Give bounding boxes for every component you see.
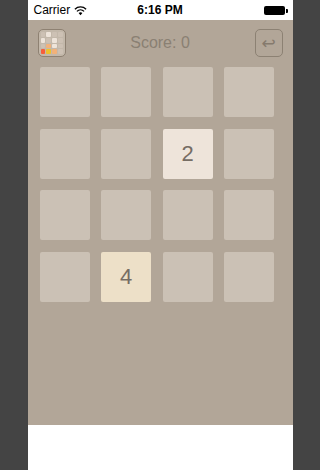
- battery-icon: [264, 6, 288, 15]
- app-logo-tile-3: [58, 32, 63, 37]
- board-cell-r4c2-tile-4: 4: [101, 252, 151, 302]
- app-logo-tile-12: [41, 49, 46, 54]
- board-cell-r2c3-tile-2: 2: [163, 129, 213, 179]
- board-cell-r2c4-empty: [224, 129, 274, 179]
- app-logo-tile-2: [52, 32, 57, 37]
- app-logo-tile-15: [58, 49, 63, 54]
- app-logo-tile-8: [41, 44, 46, 49]
- board-cell-r4c4-empty: [224, 252, 274, 302]
- app-logo-tile-10: [52, 44, 57, 49]
- status-bar: Carrier 6:16 PM: [28, 0, 293, 20]
- board-cell-r4c3-empty: [163, 252, 213, 302]
- board-cell-r3c3-empty: [163, 190, 213, 240]
- app-logo-tile-13: [46, 49, 51, 54]
- undo-arrow-icon: ↩: [261, 35, 275, 52]
- app-logo-tile-7: [58, 38, 63, 43]
- board-cell-r2c1-empty: [40, 129, 90, 179]
- app-logo-tile-4: [41, 38, 46, 43]
- score-label: Score: 0: [28, 34, 293, 52]
- app-logo-tile-14: [52, 49, 57, 54]
- board-cell-r2c2-empty: [101, 129, 151, 179]
- battery-nub: [286, 9, 288, 13]
- battery-body: [264, 6, 285, 15]
- board-cell-r3c1-empty: [40, 190, 90, 240]
- undo-button[interactable]: ↩: [255, 29, 283, 57]
- game-area: Score: 0 ↩ 24: [28, 20, 293, 425]
- board-cell-r1c4-empty: [224, 67, 274, 117]
- bottom-band: [28, 425, 293, 470]
- app-logo-tile-5: [46, 38, 51, 43]
- board[interactable]: 24: [28, 67, 275, 302]
- board-cell-r3c2-empty: [101, 190, 151, 240]
- clock: 6:16 PM: [28, 3, 293, 17]
- board-cell-r3c4-empty: [224, 190, 274, 240]
- app-logo-tile-11: [58, 44, 63, 49]
- board-cell-r1c3-empty: [163, 67, 213, 117]
- app-logo-tile-9: [46, 44, 51, 49]
- app-logo-tile-1: [46, 32, 51, 37]
- app-logo-tile-6: [52, 38, 57, 43]
- phone-screen: Carrier 6:16 PM Score: 0 ↩ 24: [28, 0, 293, 470]
- game-header: Score: 0 ↩: [28, 20, 293, 66]
- app-logo-tile-0: [41, 32, 46, 37]
- app-logo-icon: [38, 29, 66, 57]
- board-cell-r4c1-empty: [40, 252, 90, 302]
- board-cell-r1c1-empty: [40, 67, 90, 117]
- board-cell-r1c2-empty: [101, 67, 151, 117]
